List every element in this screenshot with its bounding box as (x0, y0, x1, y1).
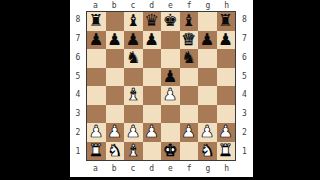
file-label-bottom-b: b (105, 165, 124, 173)
black-pawn-e5[interactable]: ♟ (163, 68, 178, 85)
rank-label-left-1: 1 (70, 148, 86, 156)
white-knight-g1[interactable]: ♞ (200, 142, 215, 159)
square-d6[interactable] (143, 49, 162, 68)
square-c2[interactable]: ♟ (124, 123, 143, 142)
file-label-bottom-e: e (161, 165, 180, 173)
square-c6[interactable]: ♞ (124, 49, 143, 68)
rank-label-left-6: 6 (70, 54, 86, 62)
square-f7[interactable]: ♛ (180, 31, 199, 50)
square-h4[interactable] (217, 86, 236, 105)
square-d2[interactable]: ♟ (143, 123, 162, 142)
square-f8[interactable]: ♝ (180, 12, 199, 31)
black-rook-h8[interactable]: ♜ (218, 13, 233, 30)
rank-label-right-2: 2 (236, 129, 253, 137)
file-label-top-f: f (180, 2, 199, 10)
rank-label-left-5: 5 (70, 73, 86, 81)
square-g5[interactable] (198, 68, 217, 87)
square-e3[interactable] (161, 105, 180, 124)
black-pawn-c7[interactable]: ♟ (126, 31, 141, 48)
square-b6[interactable] (106, 49, 125, 68)
black-bishop-f8[interactable]: ♝ (181, 13, 196, 30)
file-labels-top: abcdefgh (86, 0, 236, 11)
square-d5[interactable] (143, 68, 162, 87)
white-king-e1[interactable]: ♚ (163, 142, 178, 159)
square-g3[interactable] (198, 105, 217, 124)
black-queen-d8[interactable]: ♛ (144, 13, 159, 30)
square-c7[interactable]: ♟ (124, 31, 143, 50)
rank-label-right-7: 7 (236, 35, 253, 43)
square-c3[interactable] (124, 105, 143, 124)
white-pawn-d2[interactable]: ♟ (144, 124, 159, 141)
square-g2[interactable]: ♟ (198, 123, 217, 142)
square-d3[interactable] (143, 105, 162, 124)
square-f2[interactable]: ♟ (180, 123, 199, 142)
white-queen-f7[interactable]: ♛ (181, 31, 196, 48)
square-h1[interactable]: ♜ (217, 142, 236, 161)
square-f5[interactable] (180, 68, 199, 87)
square-d1[interactable] (143, 142, 162, 161)
square-f3[interactable] (180, 105, 199, 124)
rank-label-left-8: 8 (70, 16, 86, 24)
square-b7[interactable]: ♟ (106, 31, 125, 50)
square-e5[interactable]: ♟ (161, 68, 180, 87)
square-d4[interactable] (143, 86, 162, 105)
white-bishop-c1[interactable]: ♝ (126, 142, 141, 159)
black-pawn-g7[interactable]: ♟ (200, 31, 215, 48)
black-knight-c6[interactable]: ♞ (126, 50, 141, 67)
black-king-e8[interactable]: ♚ (163, 13, 178, 30)
file-label-bottom-f: f (180, 165, 199, 173)
square-a6[interactable] (87, 49, 106, 68)
square-h8[interactable]: ♜ (217, 12, 236, 31)
rank-labels-left: 87654321 (70, 11, 86, 161)
file-label-bottom-d: d (142, 165, 161, 173)
file-label-bottom-a: a (86, 165, 105, 173)
square-b2[interactable]: ♟ (106, 123, 125, 142)
rank-label-right-8: 8 (236, 16, 253, 24)
black-pawn-h7[interactable]: ♟ (218, 31, 233, 48)
white-knight-b1[interactable]: ♞ (107, 142, 122, 159)
square-b5[interactable] (106, 68, 125, 87)
white-bishop-c4[interactable]: ♝ (126, 87, 141, 104)
rank-label-left-4: 4 (70, 91, 86, 99)
file-label-top-c: c (124, 2, 143, 10)
square-h3[interactable] (217, 105, 236, 124)
square-c4[interactable]: ♝ (124, 86, 143, 105)
black-pawn-a7[interactable]: ♟ (89, 31, 104, 48)
rank-label-left-2: 2 (70, 129, 86, 137)
square-a5[interactable] (87, 68, 106, 87)
video-frame: { "game": "chess", "position": { "fen": … (0, 0, 320, 180)
black-bishop-c8[interactable]: ♝ (126, 13, 141, 30)
square-a3[interactable] (87, 105, 106, 124)
white-pawn-c2[interactable]: ♟ (126, 124, 141, 141)
square-a8[interactable]: ♜ (87, 12, 106, 31)
rank-label-right-4: 4 (236, 91, 253, 99)
square-h2[interactable]: ♟ (217, 123, 236, 142)
square-b8[interactable] (106, 12, 125, 31)
rank-label-right-3: 3 (236, 110, 253, 118)
file-label-bottom-h: h (217, 165, 236, 173)
white-pawn-b2[interactable]: ♟ (107, 124, 122, 141)
square-e8[interactable]: ♚ (161, 12, 180, 31)
rank-label-right-1: 1 (236, 148, 253, 156)
square-a7[interactable]: ♟ (87, 31, 106, 50)
file-label-top-h: h (217, 2, 236, 10)
square-h6[interactable] (217, 49, 236, 68)
rank-labels-right: 87654321 (236, 11, 253, 161)
file-label-top-d: d (142, 2, 161, 10)
square-e1[interactable]: ♚ (161, 142, 180, 161)
black-pawn-d7[interactable]: ♟ (144, 31, 159, 48)
file-labels-bottom: abcdefgh (86, 161, 236, 177)
white-pawn-f2[interactable]: ♟ (181, 124, 196, 141)
square-a2[interactable]: ♟ (87, 123, 106, 142)
rank-label-right-5: 5 (236, 73, 253, 81)
square-a1[interactable]: ♜ (87, 142, 106, 161)
white-pawn-a2[interactable]: ♟ (89, 124, 104, 141)
square-c1[interactable]: ♝ (124, 142, 143, 161)
file-label-top-g: g (199, 2, 218, 10)
file-label-top-a: a (86, 2, 105, 10)
black-pawn-b7[interactable]: ♟ (107, 31, 122, 48)
file-label-top-b: b (105, 2, 124, 10)
square-c8[interactable]: ♝ (124, 12, 143, 31)
square-c5[interactable] (124, 68, 143, 87)
square-g1[interactable]: ♞ (198, 142, 217, 161)
black-rook-a8[interactable]: ♜ (89, 13, 104, 30)
square-e2[interactable] (161, 123, 180, 142)
square-g6[interactable] (198, 49, 217, 68)
file-label-top-e: e (161, 2, 180, 10)
rank-label-left-7: 7 (70, 35, 86, 43)
square-e7[interactable] (161, 31, 180, 50)
square-b3[interactable] (106, 105, 125, 124)
rank-label-right-6: 6 (236, 54, 253, 62)
rank-label-left-3: 3 (70, 110, 86, 118)
white-rook-h1[interactable]: ♜ (218, 142, 233, 159)
square-a4[interactable] (87, 86, 106, 105)
square-f1[interactable] (180, 142, 199, 161)
square-e4[interactable]: ♟ (161, 86, 180, 105)
black-knight-f6[interactable]: ♞ (181, 50, 196, 67)
square-f4[interactable] (180, 86, 199, 105)
square-d7[interactable]: ♟ (143, 31, 162, 50)
chess-board: ♜♝♛♚♝♜♟♟♟♟♛♟♟♞♞♟♝♟♟♟♟♟♟♟♟♜♞♝♚♞♜ (86, 11, 236, 161)
chess-diagram-panel: abcdefgh 87654321 ♜♝♛♚♝♜♟♟♟♟♛♟♟♞♞♟♝♟♟♟♟♟… (70, 0, 253, 177)
square-g7[interactable]: ♟ (198, 31, 217, 50)
square-h7[interactable]: ♟ (217, 31, 236, 50)
white-rook-a1[interactable]: ♜ (89, 142, 104, 159)
square-b1[interactable]: ♞ (106, 142, 125, 161)
square-e6[interactable] (161, 49, 180, 68)
square-f6[interactable]: ♞ (180, 49, 199, 68)
square-g4[interactable] (198, 86, 217, 105)
file-label-bottom-g: g (199, 165, 218, 173)
white-pawn-h2[interactable]: ♟ (218, 124, 233, 141)
square-d8[interactable]: ♛ (143, 12, 162, 31)
white-pawn-g2[interactable]: ♟ (200, 124, 215, 141)
white-pawn-e4[interactable]: ♟ (163, 87, 178, 104)
file-label-bottom-c: c (124, 165, 143, 173)
square-h5[interactable] (217, 68, 236, 87)
square-g8[interactable] (198, 12, 217, 31)
square-b4[interactable] (106, 86, 125, 105)
